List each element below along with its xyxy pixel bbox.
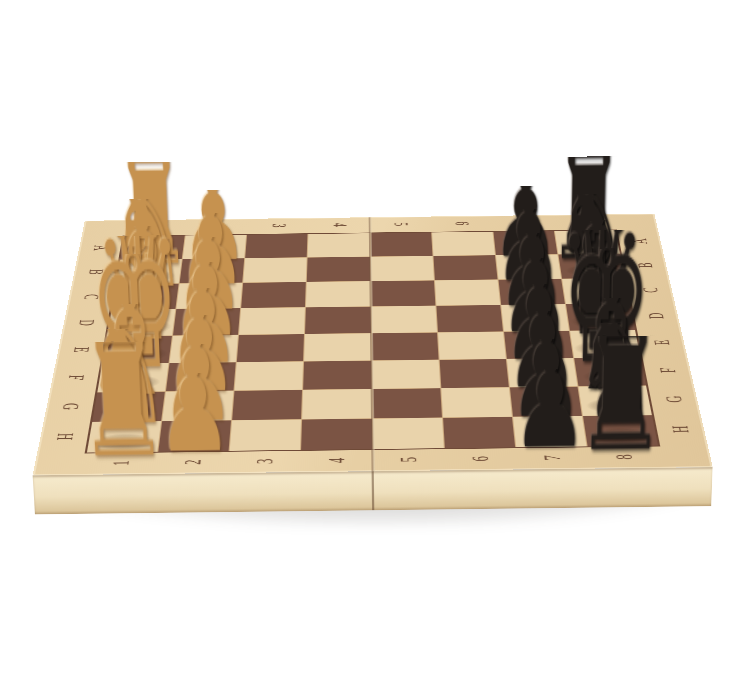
square-d4[interactable] xyxy=(305,307,370,334)
front-edge-fold-line xyxy=(372,471,375,510)
square-d6[interactable] xyxy=(436,305,503,332)
square-b3[interactable] xyxy=(243,258,307,283)
square-c4[interactable] xyxy=(306,281,370,307)
white-pawn-glyph: ♟ xyxy=(154,373,232,443)
square-c6[interactable] xyxy=(435,280,500,306)
black-pawn-glyph: ♟ xyxy=(512,368,588,438)
square-d5[interactable] xyxy=(371,306,436,333)
square-c5[interactable] xyxy=(371,281,435,307)
square-a5[interactable] xyxy=(370,232,432,256)
square-b4[interactable] xyxy=(307,257,370,282)
square-d3[interactable] xyxy=(239,308,305,335)
square-b6[interactable] xyxy=(433,255,497,280)
square-a3[interactable] xyxy=(245,234,307,258)
square-c3[interactable] xyxy=(241,282,306,308)
square-a4[interactable] xyxy=(308,233,370,257)
square-b5[interactable] xyxy=(371,256,434,281)
board-front-edge xyxy=(33,467,713,514)
chess-board: AABBCCDDEEFFGGHH1122334455667788 ♜♟♟♜♞♟♟… xyxy=(33,214,713,476)
square-a6[interactable] xyxy=(432,232,495,256)
chess-photo-scene: AABBCCDDEEFFGGHH1122334455667788 ♜♟♟♜♞♟♟… xyxy=(0,0,742,696)
board-perspective-wrap: AABBCCDDEEFFGGHH1122334455667788 ♜♟♟♜♞♟♟… xyxy=(33,214,713,476)
